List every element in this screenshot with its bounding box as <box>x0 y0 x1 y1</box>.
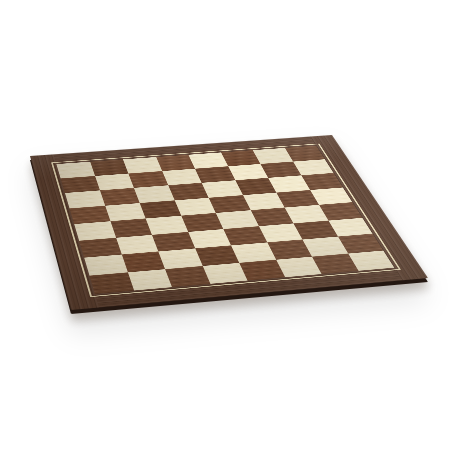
board-square <box>195 245 239 265</box>
chess-board <box>30 135 428 310</box>
board-square <box>140 200 181 218</box>
board-shadow <box>0 0 458 458</box>
board-square <box>90 159 129 175</box>
board-square <box>216 210 259 229</box>
board-square <box>100 188 140 206</box>
board-square <box>56 162 94 179</box>
product-photo <box>0 0 458 458</box>
board-square <box>69 206 110 225</box>
playing-field <box>56 146 394 294</box>
board-square <box>89 272 133 294</box>
board-square <box>121 251 165 272</box>
